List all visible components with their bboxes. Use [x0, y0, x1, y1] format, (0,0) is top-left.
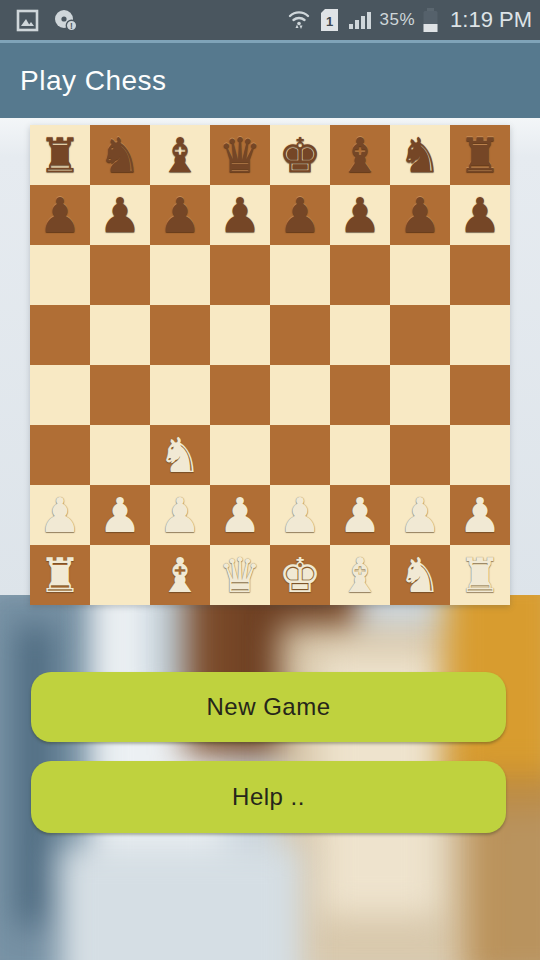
square-f7[interactable]: ♟ [330, 185, 390, 245]
black-rook: ♜ [458, 125, 501, 185]
square-a2[interactable]: ♟ [30, 485, 90, 545]
white-queen: ♛ [218, 545, 261, 605]
square-a8[interactable]: ♜ [30, 125, 90, 185]
black-pawn: ♟ [278, 185, 321, 245]
square-h7[interactable]: ♟ [450, 185, 510, 245]
square-e2[interactable]: ♟ [270, 485, 330, 545]
battery-icon [422, 7, 439, 34]
white-king: ♚ [278, 545, 321, 605]
system-status-icons: 1 35% 1:19 PM [286, 7, 540, 34]
white-rook: ♜ [458, 545, 501, 605]
black-pawn: ♟ [338, 185, 381, 245]
black-pawn: ♟ [218, 185, 261, 245]
app-screen: ! 1 35% [0, 0, 540, 960]
black-pawn: ♟ [98, 185, 141, 245]
square-e4[interactable] [270, 365, 330, 425]
square-c5[interactable] [150, 305, 210, 365]
black-bishop: ♝ [338, 125, 381, 185]
white-pawn: ♟ [338, 485, 381, 545]
square-b6[interactable] [90, 245, 150, 305]
black-knight: ♞ [398, 125, 441, 185]
square-g8[interactable]: ♞ [390, 125, 450, 185]
square-d8[interactable]: ♛ [210, 125, 270, 185]
black-king: ♚ [278, 125, 321, 185]
square-c7[interactable]: ♟ [150, 185, 210, 245]
square-b2[interactable]: ♟ [90, 485, 150, 545]
square-f2[interactable]: ♟ [330, 485, 390, 545]
notification-icons: ! [0, 8, 79, 32]
disc-alert-icon: ! [53, 8, 79, 32]
square-e3[interactable] [270, 425, 330, 485]
square-f1[interactable]: ♝ [330, 545, 390, 605]
white-pawn: ♟ [158, 485, 201, 545]
square-d4[interactable] [210, 365, 270, 425]
square-e5[interactable] [270, 305, 330, 365]
black-pawn: ♟ [38, 185, 81, 245]
square-f5[interactable] [330, 305, 390, 365]
white-rook: ♜ [38, 545, 81, 605]
square-h2[interactable]: ♟ [450, 485, 510, 545]
white-bishop: ♝ [158, 545, 201, 605]
black-bishop: ♝ [158, 125, 201, 185]
white-pawn: ♟ [218, 485, 261, 545]
square-g4[interactable] [390, 365, 450, 425]
square-d3[interactable] [210, 425, 270, 485]
square-c6[interactable] [150, 245, 210, 305]
white-knight: ♞ [398, 545, 441, 605]
square-f8[interactable]: ♝ [330, 125, 390, 185]
square-c1[interactable]: ♝ [150, 545, 210, 605]
square-a5[interactable] [30, 305, 90, 365]
white-pawn: ♟ [98, 485, 141, 545]
square-d7[interactable]: ♟ [210, 185, 270, 245]
help-button[interactable]: Help .. [31, 761, 506, 833]
clock: 1:19 PM [446, 7, 532, 33]
square-d6[interactable] [210, 245, 270, 305]
white-pawn: ♟ [38, 485, 81, 545]
square-g1[interactable]: ♞ [390, 545, 450, 605]
square-b5[interactable] [90, 305, 150, 365]
square-a6[interactable] [30, 245, 90, 305]
square-g6[interactable] [390, 245, 450, 305]
square-b3[interactable] [90, 425, 150, 485]
black-queen: ♛ [218, 125, 261, 185]
square-a7[interactable]: ♟ [30, 185, 90, 245]
sim-card-icon: 1 [319, 7, 340, 33]
square-a4[interactable] [30, 365, 90, 425]
svg-text:!: ! [70, 21, 73, 31]
square-c8[interactable]: ♝ [150, 125, 210, 185]
square-c4[interactable] [150, 365, 210, 425]
wifi-icon [286, 7, 312, 33]
square-h6[interactable] [450, 245, 510, 305]
square-g2[interactable]: ♟ [390, 485, 450, 545]
square-c2[interactable]: ♟ [150, 485, 210, 545]
square-b8[interactable]: ♞ [90, 125, 150, 185]
new-game-button[interactable]: New Game [31, 672, 506, 742]
signal-bars-icon [347, 8, 373, 32]
black-pawn: ♟ [158, 185, 201, 245]
square-c3[interactable]: ♞ [150, 425, 210, 485]
white-knight: ♞ [158, 425, 201, 485]
square-g7[interactable]: ♟ [390, 185, 450, 245]
gallery-icon [16, 9, 39, 32]
square-e8[interactable]: ♚ [270, 125, 330, 185]
square-b4[interactable] [90, 365, 150, 425]
white-pawn: ♟ [278, 485, 321, 545]
square-f6[interactable] [330, 245, 390, 305]
square-g3[interactable] [390, 425, 450, 485]
square-h5[interactable] [450, 305, 510, 365]
square-e7[interactable]: ♟ [270, 185, 330, 245]
square-f4[interactable] [330, 365, 390, 425]
black-knight: ♞ [98, 125, 141, 185]
square-e1[interactable]: ♚ [270, 545, 330, 605]
svg-text:1: 1 [325, 14, 332, 29]
square-d5[interactable] [210, 305, 270, 365]
square-b1[interactable] [90, 545, 150, 605]
square-h8[interactable]: ♜ [450, 125, 510, 185]
white-bishop: ♝ [338, 545, 381, 605]
chess-board[interactable]: ♜♞♝♛♚♝♞♜♟♟♟♟♟♟♟♟♞♟♟♟♟♟♟♟♟♜♝♛♚♝♞♜ [30, 125, 510, 605]
square-g5[interactable] [390, 305, 450, 365]
square-e6[interactable] [270, 245, 330, 305]
square-b7[interactable]: ♟ [90, 185, 150, 245]
square-a3[interactable] [30, 425, 90, 485]
app-header: Play Chess [0, 40, 540, 118]
square-a1[interactable]: ♜ [30, 545, 90, 605]
status-bar: ! 1 35% [0, 0, 540, 40]
square-d1[interactable]: ♛ [210, 545, 270, 605]
square-h1[interactable]: ♜ [450, 545, 510, 605]
page-title: Play Chess [0, 65, 167, 97]
black-pawn: ♟ [398, 185, 441, 245]
square-h4[interactable] [450, 365, 510, 425]
square-d2[interactable]: ♟ [210, 485, 270, 545]
battery-percent: 35% [380, 10, 416, 30]
square-h3[interactable] [450, 425, 510, 485]
black-pawn: ♟ [458, 185, 501, 245]
white-pawn: ♟ [458, 485, 501, 545]
white-pawn: ♟ [398, 485, 441, 545]
square-f3[interactable] [330, 425, 390, 485]
black-rook: ♜ [38, 125, 81, 185]
